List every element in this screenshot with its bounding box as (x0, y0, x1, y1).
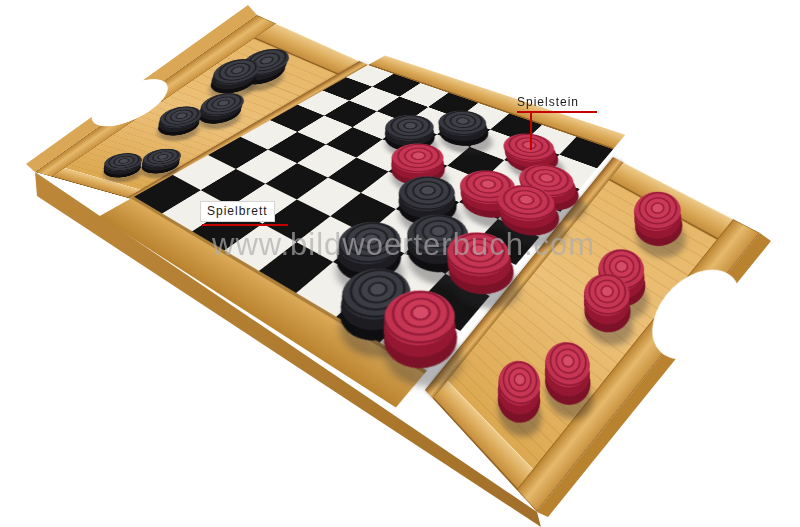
watermark-text: www.bildwoerterbuch.com (212, 227, 595, 262)
board-pointer-line (202, 224, 288, 226)
watermark: www.bildwoerterbuch.com (212, 227, 595, 263)
piece-label-text: Spielstein (517, 95, 579, 109)
board-label-text: Spielbrett (207, 204, 268, 218)
piece-label: Spielstein (517, 95, 579, 109)
board-label: Spielbrett (200, 201, 275, 222)
piece-label-underline (517, 111, 597, 113)
checkers-illustration: Spielstein Spielbrett www.bildwoerterbuc… (0, 0, 800, 527)
piece-pointer-line (530, 112, 532, 150)
